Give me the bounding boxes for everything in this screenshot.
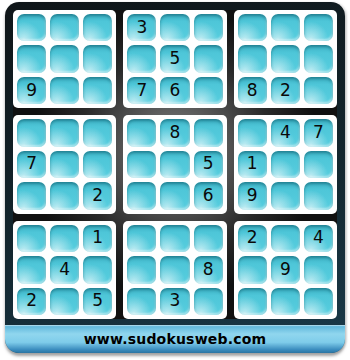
cell-r2c9[interactable] xyxy=(304,45,333,72)
cell-r8c9[interactable] xyxy=(304,256,333,283)
cell-r1c8[interactable] xyxy=(271,14,300,41)
sudoku-widget: 9357682728564719142583249 www.sudokusweb… xyxy=(0,0,350,360)
cell-r2c8[interactable] xyxy=(271,45,300,72)
cell-r4c7[interactable] xyxy=(238,119,267,146)
box-2-2: 856 xyxy=(123,115,226,213)
cell-r4c1[interactable] xyxy=(17,119,46,146)
cell-r5c7[interactable]: 1 xyxy=(238,151,267,178)
board-frame: 9357682728564719142583249 www.sudokusweb… xyxy=(5,2,345,353)
cell-r6c7[interactable]: 9 xyxy=(238,182,267,209)
cell-r8c3[interactable] xyxy=(83,256,112,283)
cell-r2c2[interactable] xyxy=(50,45,79,72)
cell-r6c4[interactable] xyxy=(127,182,156,209)
cell-r7c1[interactable] xyxy=(17,225,46,252)
cell-r9c9[interactable] xyxy=(304,288,333,315)
cell-r9c2[interactable] xyxy=(50,288,79,315)
cell-r4c5[interactable]: 8 xyxy=(160,119,189,146)
cell-r1c3[interactable] xyxy=(83,14,112,41)
box-2-1: 72 xyxy=(13,115,116,213)
cell-r3c7[interactable]: 8 xyxy=(238,77,267,104)
cell-r6c8[interactable] xyxy=(271,182,300,209)
cell-r5c3[interactable] xyxy=(83,151,112,178)
cell-r8c5[interactable] xyxy=(160,256,189,283)
cell-r9c6[interactable] xyxy=(194,288,223,315)
board-area: 9357682728564719142583249 xyxy=(5,2,345,325)
cell-r4c6[interactable] xyxy=(194,119,223,146)
cell-r6c6[interactable]: 6 xyxy=(194,182,223,209)
box-3-1: 1425 xyxy=(13,221,116,319)
cell-r7c6[interactable] xyxy=(194,225,223,252)
cell-r9c3[interactable]: 5 xyxy=(83,288,112,315)
cell-r7c9[interactable]: 4 xyxy=(304,225,333,252)
cell-r4c9[interactable]: 7 xyxy=(304,119,333,146)
cell-r5c2[interactable] xyxy=(50,151,79,178)
box-1-2: 3576 xyxy=(123,10,226,108)
cell-r9c1[interactable]: 2 xyxy=(17,288,46,315)
cell-r7c4[interactable] xyxy=(127,225,156,252)
cell-r7c7[interactable]: 2 xyxy=(238,225,267,252)
cell-r9c8[interactable] xyxy=(271,288,300,315)
cell-r8c8[interactable]: 9 xyxy=(271,256,300,283)
box-1-3: 82 xyxy=(234,10,337,108)
box-1-1: 9 xyxy=(13,10,116,108)
cell-r2c5[interactable]: 5 xyxy=(160,45,189,72)
cell-r4c8[interactable]: 4 xyxy=(271,119,300,146)
sudoku-board: 9357682728564719142583249 xyxy=(13,10,337,319)
cell-r1c2[interactable] xyxy=(50,14,79,41)
cell-r7c2[interactable] xyxy=(50,225,79,252)
cell-r3c8[interactable]: 2 xyxy=(271,77,300,104)
cell-r5c1[interactable]: 7 xyxy=(17,151,46,178)
cell-r3c6[interactable] xyxy=(194,77,223,104)
cell-r1c6[interactable] xyxy=(194,14,223,41)
cell-r2c1[interactable] xyxy=(17,45,46,72)
cell-r8c6[interactable]: 8 xyxy=(194,256,223,283)
cell-r8c2[interactable]: 4 xyxy=(50,256,79,283)
cell-r9c7[interactable] xyxy=(238,288,267,315)
cell-r8c1[interactable] xyxy=(17,256,46,283)
cell-r6c1[interactable] xyxy=(17,182,46,209)
cell-r3c9[interactable] xyxy=(304,77,333,104)
box-3-3: 249 xyxy=(234,221,337,319)
cell-r4c4[interactable] xyxy=(127,119,156,146)
cell-r1c7[interactable] xyxy=(238,14,267,41)
cell-r4c2[interactable] xyxy=(50,119,79,146)
cell-r6c3[interactable]: 2 xyxy=(83,182,112,209)
box-2-3: 4719 xyxy=(234,115,337,213)
cell-r5c4[interactable] xyxy=(127,151,156,178)
cell-r1c1[interactable] xyxy=(17,14,46,41)
cell-r5c8[interactable] xyxy=(271,151,300,178)
footer-bar: www.sudokusweb.com xyxy=(5,325,345,353)
cell-r1c5[interactable] xyxy=(160,14,189,41)
cell-r8c7[interactable] xyxy=(238,256,267,283)
cell-r3c3[interactable] xyxy=(83,77,112,104)
site-link[interactable]: www.sudokusweb.com xyxy=(84,331,267,347)
cell-r1c4[interactable]: 3 xyxy=(127,14,156,41)
cell-r5c9[interactable] xyxy=(304,151,333,178)
cell-r3c4[interactable]: 7 xyxy=(127,77,156,104)
cell-r7c5[interactable] xyxy=(160,225,189,252)
cell-r8c4[interactable] xyxy=(127,256,156,283)
cell-r6c9[interactable] xyxy=(304,182,333,209)
cell-r2c6[interactable] xyxy=(194,45,223,72)
cell-r7c3[interactable]: 1 xyxy=(83,225,112,252)
cell-r2c7[interactable] xyxy=(238,45,267,72)
cell-r7c8[interactable] xyxy=(271,225,300,252)
cell-r5c5[interactable] xyxy=(160,151,189,178)
cell-r6c2[interactable] xyxy=(50,182,79,209)
cell-r1c9[interactable] xyxy=(304,14,333,41)
cell-r9c5[interactable]: 3 xyxy=(160,288,189,315)
box-3-2: 83 xyxy=(123,221,226,319)
cell-r3c1[interactable]: 9 xyxy=(17,77,46,104)
cell-r3c2[interactable] xyxy=(50,77,79,104)
cell-r5c6[interactable]: 5 xyxy=(194,151,223,178)
cell-r6c5[interactable] xyxy=(160,182,189,209)
cell-r4c3[interactable] xyxy=(83,119,112,146)
cell-r2c3[interactable] xyxy=(83,45,112,72)
cell-r9c4[interactable] xyxy=(127,288,156,315)
cell-r2c4[interactable] xyxy=(127,45,156,72)
cell-r3c5[interactable]: 6 xyxy=(160,77,189,104)
